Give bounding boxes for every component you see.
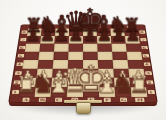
photo-background: ABCDEFGH8♜♞♝♛♚♝♞♜87♟♟♟♟♟♟♟♟7665544332♟♟♟…	[0, 0, 166, 120]
square-b5[interactable]	[38, 52, 53, 60]
square-c5[interactable]	[53, 52, 68, 60]
file-label-B: B	[34, 97, 51, 102]
square-e6[interactable]	[83, 44, 98, 52]
square-f6[interactable]	[97, 44, 112, 52]
square-b6[interactable]	[39, 44, 54, 52]
square-f7[interactable]: ♟	[97, 36, 112, 44]
black-pawn-piece[interactable]: ♟	[82, 27, 98, 44]
black-pawn-piece[interactable]: ♟	[68, 27, 84, 44]
square-g6[interactable]	[112, 44, 127, 52]
clasp-icon	[76, 102, 91, 114]
black-pawn-piece[interactable]: ♟	[111, 27, 127, 44]
black-pawn-piece[interactable]: ♟	[25, 27, 41, 44]
square-b7[interactable]: ♟	[40, 36, 55, 44]
rank-label-5: 5	[141, 52, 150, 60]
square-h6[interactable]	[126, 44, 141, 52]
square-h1[interactable]: ♜	[130, 87, 147, 97]
square-a5[interactable]	[24, 52, 40, 60]
square-d7[interactable]: ♟	[69, 36, 83, 44]
black-pawn-piece[interactable]: ♟	[125, 27, 141, 44]
black-pawn-piece[interactable]: ♟	[54, 27, 70, 44]
rank-label-6: 6	[140, 44, 148, 52]
square-h5[interactable]	[127, 52, 143, 60]
square-a6[interactable]	[25, 44, 40, 52]
black-pawn-piece[interactable]: ♟	[97, 27, 113, 44]
file-label-A: A	[18, 97, 35, 102]
square-d6[interactable]	[68, 44, 83, 52]
square-g7[interactable]: ♟	[111, 36, 126, 44]
frame-corner	[148, 97, 157, 102]
file-label-H: H	[131, 97, 148, 102]
square-g5[interactable]	[112, 52, 127, 60]
file-label-G: G	[115, 97, 132, 102]
square-c6[interactable]	[54, 44, 69, 52]
square-e7[interactable]: ♟	[83, 36, 97, 44]
chess-board[interactable]: ABCDEFGH8♜♞♝♛♚♝♞♜87♟♟♟♟♟♟♟♟7665544332♟♟♟…	[10, 25, 157, 102]
square-h7[interactable]: ♟	[125, 36, 140, 44]
white-rook-piece[interactable]: ♜	[129, 74, 151, 97]
square-c7[interactable]: ♟	[54, 36, 69, 44]
black-pawn-piece[interactable]: ♟	[40, 27, 56, 44]
